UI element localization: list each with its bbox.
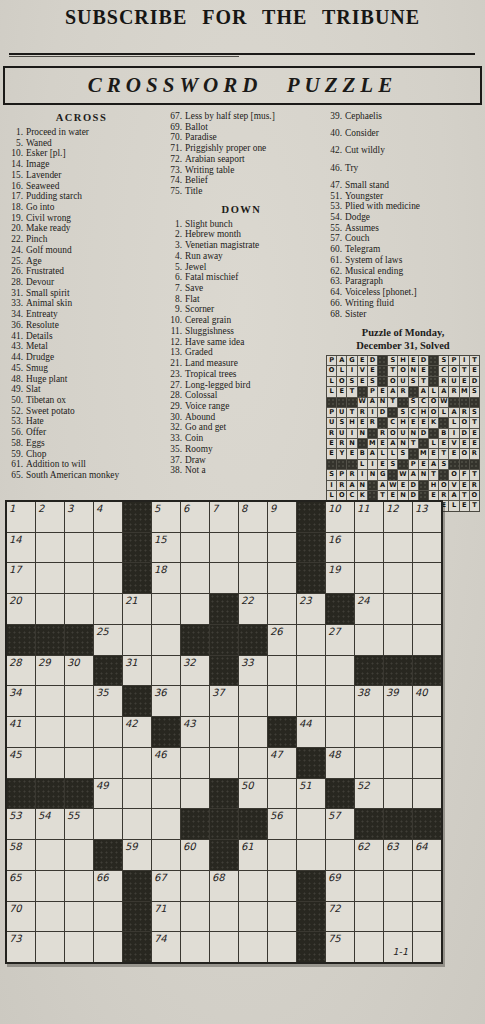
grid-cell[interactable]: 70 bbox=[7, 902, 35, 932]
cell-number: 49 bbox=[96, 780, 109, 791]
grid-cell[interactable] bbox=[65, 932, 93, 962]
solved-letter-cell: O bbox=[429, 408, 438, 417]
solved-letter-cell: U bbox=[337, 429, 346, 438]
grid-cell[interactable]: 37 bbox=[210, 686, 238, 716]
grid-cell[interactable] bbox=[355, 932, 383, 962]
grid-cell[interactable]: 4 bbox=[94, 502, 122, 532]
grid-cell[interactable] bbox=[355, 563, 383, 593]
grid-cell[interactable] bbox=[65, 871, 93, 901]
grid-cell[interactable]: 40 bbox=[413, 686, 441, 716]
grid-cell[interactable] bbox=[384, 563, 412, 593]
clue-item: 33.Animal skin bbox=[4, 298, 159, 309]
grid-cell[interactable] bbox=[413, 932, 441, 962]
grid-cell[interactable]: 21 bbox=[123, 594, 151, 624]
grid-cell[interactable] bbox=[152, 625, 180, 655]
grid-cell[interactable] bbox=[297, 625, 325, 655]
block-cell bbox=[210, 656, 238, 686]
cell-number: 73 bbox=[9, 933, 22, 944]
solved-letter-cell: O bbox=[398, 366, 407, 375]
grid-cell[interactable] bbox=[36, 840, 64, 870]
block-cell bbox=[413, 656, 441, 686]
grid-cell[interactable]: 6 bbox=[181, 502, 209, 532]
grid-cell[interactable]: 53 bbox=[7, 809, 35, 839]
clue-text: Entreaty bbox=[26, 309, 159, 320]
clue-item: 70.Paradise bbox=[163, 132, 320, 143]
solved-letter-cell: S bbox=[398, 449, 407, 458]
clue-text: Flat bbox=[185, 294, 320, 305]
solved-letter-cell: A bbox=[368, 449, 377, 458]
grid-cell[interactable] bbox=[326, 717, 354, 747]
grid-cell[interactable] bbox=[65, 902, 93, 932]
solved-block-cell bbox=[378, 356, 387, 365]
grid-cell[interactable]: 61 bbox=[239, 840, 267, 870]
grid-cell[interactable]: 33 bbox=[239, 656, 267, 686]
solved-letter-cell: U bbox=[398, 429, 407, 438]
grid-cell[interactable] bbox=[152, 656, 180, 686]
clue-item: 68.Sister bbox=[323, 309, 483, 320]
grid-cell[interactable] bbox=[65, 717, 93, 747]
solved-letter-cell: L bbox=[439, 408, 448, 417]
cell-number: 64 bbox=[415, 841, 428, 852]
grid-cell[interactable]: 15 bbox=[152, 533, 180, 563]
cell-number: 40 bbox=[415, 687, 428, 698]
grid-cell[interactable] bbox=[36, 717, 64, 747]
grid-cell[interactable] bbox=[239, 932, 267, 962]
grid-cell[interactable] bbox=[268, 779, 296, 809]
grid-cell[interactable]: 3 bbox=[65, 502, 93, 532]
clue-text: Voiceless [phonet.] bbox=[345, 287, 483, 298]
solved-letter-cell: A bbox=[449, 491, 458, 500]
grid-cell[interactable]: 56 bbox=[268, 809, 296, 839]
clue-number: 20. bbox=[4, 223, 26, 234]
solved-letter-cell: S bbox=[409, 377, 418, 386]
cell-number: 19 bbox=[328, 564, 341, 575]
grid-cell[interactable] bbox=[239, 563, 267, 593]
grid-cell[interactable]: 74 bbox=[152, 932, 180, 962]
grid-cell[interactable] bbox=[94, 902, 122, 932]
grid-cell[interactable] bbox=[413, 625, 441, 655]
grid-cell[interactable] bbox=[268, 594, 296, 624]
grid-cell[interactable]: 38 bbox=[355, 686, 383, 716]
grid-cell[interactable]: 55 bbox=[65, 809, 93, 839]
grid-cell[interactable] bbox=[94, 809, 122, 839]
grid-cell[interactable]: 39 bbox=[384, 686, 412, 716]
grid-cell[interactable] bbox=[181, 533, 209, 563]
clue-number: 59. bbox=[4, 449, 26, 460]
grid-cell[interactable] bbox=[239, 871, 267, 901]
grid-cell[interactable] bbox=[65, 594, 93, 624]
grid-cell[interactable]: 32 bbox=[181, 656, 209, 686]
grid-cell[interactable]: 68 bbox=[210, 871, 238, 901]
grid-cell[interactable]: 59 bbox=[123, 840, 151, 870]
cell-number: 71 bbox=[154, 903, 167, 914]
grid-cell[interactable] bbox=[384, 779, 412, 809]
solved-letter-cell: W bbox=[398, 470, 407, 479]
solved-letter-cell: T bbox=[460, 491, 469, 500]
grid-cell[interactable] bbox=[152, 809, 180, 839]
clue-item: 40.Consider bbox=[323, 128, 483, 139]
solved-block-cell bbox=[429, 366, 438, 375]
crossword-grid[interactable]: 1234567891011121314151617181920212223242… bbox=[5, 500, 443, 964]
grid-cell[interactable] bbox=[65, 563, 93, 593]
grid-cell[interactable] bbox=[210, 717, 238, 747]
grid-cell[interactable] bbox=[181, 871, 209, 901]
solved-letter-cell: C bbox=[409, 408, 418, 417]
grid-cell[interactable] bbox=[268, 533, 296, 563]
grid-cell[interactable]: 20 bbox=[7, 594, 35, 624]
clue-text: Couch bbox=[345, 233, 483, 244]
grid-cell[interactable] bbox=[239, 748, 267, 778]
grid-cell[interactable]: 57 bbox=[326, 809, 354, 839]
grid-cell[interactable] bbox=[355, 717, 383, 747]
grid-cell[interactable] bbox=[181, 686, 209, 716]
grid-cell[interactable]: 48 bbox=[326, 748, 354, 778]
solved-letter-cell: L bbox=[388, 449, 397, 458]
clue-item: 18.Go into bbox=[4, 202, 159, 213]
grid-cell[interactable]: 8 bbox=[239, 502, 267, 532]
clue-item: 11.Sluggishness bbox=[163, 326, 320, 337]
grid-cell[interactable] bbox=[36, 748, 64, 778]
grid-cell[interactable]: 24 bbox=[355, 594, 383, 624]
clue-number: 39. bbox=[323, 111, 345, 122]
grid-cell[interactable] bbox=[239, 902, 267, 932]
grid-cell[interactable] bbox=[268, 902, 296, 932]
cell-number: 11 bbox=[357, 503, 370, 514]
grid-cell[interactable] bbox=[297, 809, 325, 839]
grid-cell[interactable] bbox=[36, 871, 64, 901]
across-clue-list-part2: 67.Less by half step [mus.]69.Ballot70.P… bbox=[163, 111, 320, 197]
clue-number: 75. bbox=[163, 186, 185, 197]
block-cell bbox=[210, 779, 238, 809]
grid-cell[interactable] bbox=[413, 717, 441, 747]
block-cell bbox=[123, 533, 151, 563]
grid-cell[interactable]: 1-1 bbox=[384, 932, 412, 962]
solved-letter-cell: E bbox=[358, 356, 367, 365]
down-clue-list-part1: 1.Slight bunch2.Hebrew month3.Venetian m… bbox=[163, 219, 320, 476]
clue-text: Venetian magistrate bbox=[185, 240, 320, 251]
grid-cell[interactable]: 75 bbox=[326, 932, 354, 962]
grid-cell[interactable]: 31 bbox=[123, 656, 151, 686]
grid-cell[interactable] bbox=[36, 594, 64, 624]
clue-number: 60. bbox=[323, 244, 345, 255]
grid-cell[interactable]: 66 bbox=[94, 871, 122, 901]
grid-cell[interactable]: 46 bbox=[152, 748, 180, 778]
grid-cell[interactable]: 25 bbox=[94, 625, 122, 655]
grid-cell[interactable] bbox=[210, 932, 238, 962]
grid-cell[interactable]: 69 bbox=[326, 871, 354, 901]
solved-letter-cell: I bbox=[368, 408, 377, 417]
grid-cell[interactable] bbox=[65, 840, 93, 870]
solved-block-cell bbox=[347, 398, 356, 407]
solved-block-cell bbox=[470, 398, 479, 407]
masthead-banner: SUBSCRIBE FOR THE TRIBUNE bbox=[0, 6, 485, 29]
clue-item: 71.Priggishly proper one bbox=[163, 143, 320, 154]
grid-cell[interactable] bbox=[181, 932, 209, 962]
grid-cell[interactable] bbox=[268, 840, 296, 870]
grid-cell[interactable] bbox=[152, 840, 180, 870]
clue-number: 28. bbox=[4, 277, 26, 288]
clue-text: Age bbox=[26, 256, 159, 267]
grid-cell[interactable] bbox=[413, 563, 441, 593]
grid-cell[interactable] bbox=[355, 871, 383, 901]
cell-number: 32 bbox=[183, 657, 196, 668]
clue-text: Try bbox=[345, 163, 483, 174]
grid-cell[interactable] bbox=[413, 871, 441, 901]
grid-cell[interactable] bbox=[123, 625, 151, 655]
solved-letter-cell: N bbox=[409, 429, 418, 438]
grid-cell[interactable]: 13 bbox=[413, 502, 441, 532]
grid-cell[interactable] bbox=[384, 902, 412, 932]
block-cell bbox=[36, 625, 64, 655]
grid-cell[interactable] bbox=[94, 563, 122, 593]
grid-cell[interactable] bbox=[94, 594, 122, 624]
grid-cell[interactable] bbox=[413, 902, 441, 932]
grid-cell[interactable] bbox=[36, 533, 64, 563]
solved-letter-cell: N bbox=[347, 439, 356, 448]
solved-block-cell bbox=[337, 398, 346, 407]
grid-cell[interactable]: 51 bbox=[297, 779, 325, 809]
grid-cell[interactable]: 18 bbox=[152, 563, 180, 593]
solved-letter-cell: R bbox=[337, 439, 346, 448]
grid-cell[interactable] bbox=[239, 533, 267, 563]
grid-cell[interactable] bbox=[268, 871, 296, 901]
grid-cell[interactable]: 44 bbox=[297, 717, 325, 747]
grid-cell[interactable] bbox=[94, 533, 122, 563]
grid-cell[interactable] bbox=[297, 686, 325, 716]
grid-cell[interactable] bbox=[297, 840, 325, 870]
block-cell bbox=[326, 779, 354, 809]
grid-cell[interactable]: 73 bbox=[7, 932, 35, 962]
solved-letter-cell: T bbox=[347, 387, 356, 396]
clue-number: 19. bbox=[4, 213, 26, 224]
solved-letter-cell: F bbox=[460, 470, 469, 479]
grid-cell[interactable] bbox=[297, 656, 325, 686]
grid-cell[interactable]: 22 bbox=[239, 594, 267, 624]
grid-cell[interactable] bbox=[384, 533, 412, 563]
grid-cell[interactable] bbox=[94, 932, 122, 962]
grid-cell[interactable]: 34 bbox=[7, 686, 35, 716]
grid-cell[interactable] bbox=[326, 840, 354, 870]
solved-letter-cell: T bbox=[470, 470, 479, 479]
grid-cell[interactable]: 47 bbox=[268, 748, 296, 778]
grid-cell[interactable] bbox=[210, 533, 238, 563]
grid-cell[interactable] bbox=[384, 717, 412, 747]
clue-number: 12. bbox=[163, 337, 185, 348]
clue-number: 40. bbox=[323, 128, 345, 139]
grid-cell[interactable] bbox=[384, 625, 412, 655]
solved-letter-cell: T bbox=[429, 470, 438, 479]
solved-letter-cell: S bbox=[439, 460, 448, 469]
solved-letter-cell: O bbox=[337, 377, 346, 386]
clue-text: Golf mound bbox=[26, 245, 159, 256]
solved-block-cell bbox=[388, 470, 397, 479]
block-cell bbox=[210, 809, 238, 839]
grid-cell[interactable] bbox=[210, 563, 238, 593]
block-cell bbox=[181, 809, 209, 839]
grid-cell[interactable] bbox=[152, 779, 180, 809]
grid-cell[interactable] bbox=[268, 656, 296, 686]
grid-cell[interactable]: 67 bbox=[152, 871, 180, 901]
grid-cell[interactable] bbox=[181, 779, 209, 809]
grid-cell[interactable] bbox=[384, 871, 412, 901]
grid-cell[interactable]: 60 bbox=[181, 840, 209, 870]
clue-item: 58.Eggs bbox=[4, 438, 159, 449]
grid-cell[interactable] bbox=[181, 563, 209, 593]
grid-cell[interactable] bbox=[413, 748, 441, 778]
grid-cell[interactable] bbox=[94, 717, 122, 747]
grid-cell[interactable] bbox=[36, 686, 64, 716]
grid-cell[interactable]: 27 bbox=[326, 625, 354, 655]
grid-cell[interactable]: 1 bbox=[7, 502, 35, 532]
grid-cell[interactable] bbox=[210, 748, 238, 778]
clue-item: 36.Resolute bbox=[4, 320, 159, 331]
clue-item: 57.Couch bbox=[323, 233, 483, 244]
grid-cell[interactable]: 49 bbox=[94, 779, 122, 809]
cell-number: 2 bbox=[38, 503, 44, 514]
grid-cell[interactable] bbox=[94, 748, 122, 778]
grid-cell[interactable] bbox=[181, 594, 209, 624]
grid-cell[interactable]: 63 bbox=[384, 840, 412, 870]
grid-cell[interactable] bbox=[326, 686, 354, 716]
cell-number: 14 bbox=[9, 534, 22, 545]
grid-cell[interactable] bbox=[413, 594, 441, 624]
grid-cell[interactable]: 9 bbox=[268, 502, 296, 532]
grid-cell[interactable]: 29 bbox=[36, 656, 64, 686]
grid-cell[interactable] bbox=[413, 779, 441, 809]
grid-cell[interactable]: 7 bbox=[210, 502, 238, 532]
grid-cell[interactable]: 58 bbox=[7, 840, 35, 870]
grid-cell[interactable] bbox=[181, 748, 209, 778]
solved-letter-cell: W bbox=[439, 398, 448, 407]
grid-cell[interactable] bbox=[239, 686, 267, 716]
clue-item: 10.Esker [pl.] bbox=[4, 148, 159, 159]
clue-number: 46. bbox=[323, 163, 345, 174]
grid-cell[interactable] bbox=[123, 748, 151, 778]
grid-cell[interactable]: 11 bbox=[355, 502, 383, 532]
grid-cell[interactable]: 54 bbox=[36, 809, 64, 839]
grid-cell[interactable] bbox=[326, 656, 354, 686]
grid-cell[interactable] bbox=[210, 902, 238, 932]
grid-cell[interactable]: 43 bbox=[181, 717, 209, 747]
clue-text: Image bbox=[26, 159, 159, 170]
grid-cell[interactable] bbox=[239, 717, 267, 747]
grid-cell[interactable] bbox=[268, 932, 296, 962]
grid-cell[interactable] bbox=[65, 686, 93, 716]
clue-item: 34.Entreaty bbox=[4, 309, 159, 320]
clue-number: 57. bbox=[323, 233, 345, 244]
grid-cell[interactable]: 64 bbox=[413, 840, 441, 870]
grid-cell[interactable]: 2 bbox=[36, 502, 64, 532]
grid-cell[interactable]: 52 bbox=[355, 779, 383, 809]
grid-cell[interactable] bbox=[355, 748, 383, 778]
grid-cell[interactable] bbox=[181, 902, 209, 932]
grid-cell[interactable] bbox=[384, 594, 412, 624]
cell-number: 18 bbox=[154, 564, 167, 575]
grid-cell[interactable]: 12 bbox=[384, 502, 412, 532]
grid-cell[interactable]: 50 bbox=[239, 779, 267, 809]
grid-cell[interactable]: 41 bbox=[7, 717, 35, 747]
grid-cell[interactable]: 5 bbox=[152, 502, 180, 532]
grid-cell[interactable]: 42 bbox=[123, 717, 151, 747]
grid-cell[interactable] bbox=[384, 748, 412, 778]
grid-cell[interactable]: 45 bbox=[7, 748, 35, 778]
grid-cell[interactable]: 14 bbox=[7, 533, 35, 563]
cell-number: 45 bbox=[9, 749, 22, 760]
grid-cell[interactable] bbox=[355, 533, 383, 563]
grid-cell[interactable]: 30 bbox=[65, 656, 93, 686]
puzzle-title-box: CROSSWORD PUZZLE bbox=[3, 66, 482, 105]
puzzle-title: CROSSWORD PUZZLE bbox=[88, 73, 397, 98]
solved-letter-cell: T bbox=[470, 418, 479, 427]
grid-cell[interactable] bbox=[268, 686, 296, 716]
solved-letter-cell: U bbox=[398, 377, 407, 386]
solved-letter-cell: C bbox=[419, 398, 428, 407]
solved-letter-cell: Y bbox=[337, 449, 346, 458]
grid-cell[interactable] bbox=[65, 748, 93, 778]
grid-cell[interactable]: 28 bbox=[7, 656, 35, 686]
solved-block-cell bbox=[429, 429, 438, 438]
grid-cell[interactable] bbox=[152, 594, 180, 624]
grid-cell[interactable]: 23 bbox=[297, 594, 325, 624]
block-cell bbox=[268, 717, 296, 747]
clue-item: 19.Civil wrong bbox=[4, 213, 159, 224]
clue-text: Youngster bbox=[345, 191, 483, 202]
grid-cell[interactable]: 71 bbox=[152, 902, 180, 932]
clue-text: Offer bbox=[26, 427, 159, 438]
grid-cell[interactable] bbox=[268, 563, 296, 593]
grid-cell[interactable] bbox=[36, 932, 64, 962]
grid-cell[interactable] bbox=[123, 779, 151, 809]
grid-cell[interactable]: 26 bbox=[268, 625, 296, 655]
clue-item: 42.Cut wildly bbox=[323, 145, 483, 156]
grid-cell[interactable] bbox=[65, 533, 93, 563]
clue-item: 52.Sweet potato bbox=[4, 406, 159, 417]
grid-cell[interactable] bbox=[355, 902, 383, 932]
solved-block-cell bbox=[460, 460, 469, 469]
grid-cell[interactable] bbox=[36, 563, 64, 593]
grid-cell[interactable]: 17 bbox=[7, 563, 35, 593]
solved-letter-cell: E bbox=[470, 366, 479, 375]
solved-letter-cell: G bbox=[378, 470, 387, 479]
grid-cell[interactable]: 36 bbox=[152, 686, 180, 716]
grid-cell[interactable]: 62 bbox=[355, 840, 383, 870]
grid-cell[interactable]: 35 bbox=[94, 686, 122, 716]
clue-item: 66.Writing fluid bbox=[323, 298, 483, 309]
solved-letter-cell: B bbox=[439, 429, 448, 438]
clue-number: 7. bbox=[163, 283, 185, 294]
grid-cell[interactable]: 16 bbox=[326, 533, 354, 563]
cell-number: 35 bbox=[96, 687, 109, 698]
clue-item: 51.Youngster bbox=[323, 191, 483, 202]
clue-item: 67.Less by half step [mus.] bbox=[163, 111, 320, 122]
grid-cell[interactable] bbox=[123, 809, 151, 839]
cell-number: 28 bbox=[9, 657, 22, 668]
grid-cell[interactable]: 10 bbox=[326, 502, 354, 532]
grid-cell[interactable] bbox=[355, 625, 383, 655]
solved-letter-cell: V bbox=[358, 366, 367, 375]
cell-number: 36 bbox=[154, 687, 167, 698]
cell-number: 6 bbox=[183, 503, 189, 514]
grid-cell[interactable]: 65 bbox=[7, 871, 35, 901]
clue-item: 72.Arabian seaport bbox=[163, 154, 320, 165]
grid-cell[interactable]: 19 bbox=[326, 563, 354, 593]
grid-cell[interactable] bbox=[413, 533, 441, 563]
down-clue-list-part2: 39.Cephaelis40.Consider42.Cut wildly46.T… bbox=[323, 111, 483, 319]
grid-cell[interactable]: 72 bbox=[326, 902, 354, 932]
cell-number: 59 bbox=[125, 841, 138, 852]
grid-cell[interactable] bbox=[36, 902, 64, 932]
clue-text: Paragraph bbox=[345, 276, 483, 287]
